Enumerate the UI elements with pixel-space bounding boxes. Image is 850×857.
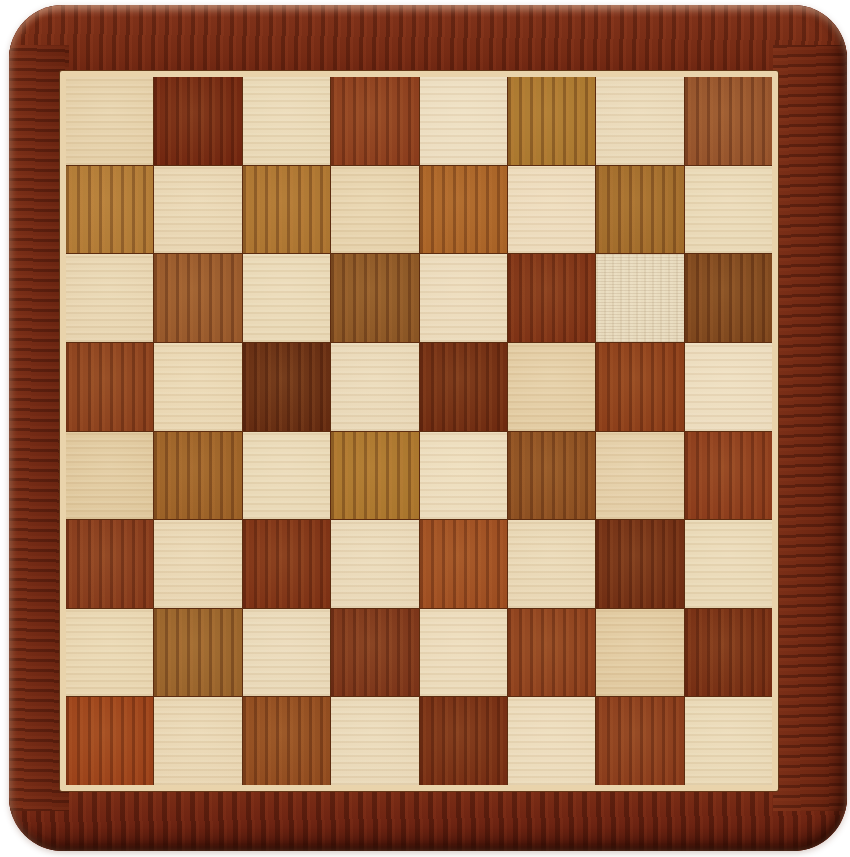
square-a5[interactable] [66,343,153,431]
square-h3[interactable] [685,520,772,608]
square-f2[interactable] [508,609,595,697]
square-f8[interactable] [508,77,595,165]
square-b7[interactable] [154,166,241,254]
square-h8[interactable] [685,77,772,165]
square-g8[interactable] [596,77,683,165]
square-b5[interactable] [154,343,241,431]
square-f5[interactable] [508,343,595,431]
square-e4[interactable] [420,432,507,520]
square-d5[interactable] [331,343,418,431]
square-c4[interactable] [243,432,330,520]
square-g3[interactable] [596,520,683,608]
square-h6[interactable] [685,254,772,342]
square-e3[interactable] [420,520,507,608]
square-d2[interactable] [331,609,418,697]
square-b1[interactable] [154,697,241,785]
frame-right-edge [773,45,847,811]
square-h2[interactable] [685,609,772,697]
square-g7[interactable] [596,166,683,254]
square-f6[interactable] [508,254,595,342]
square-g2[interactable] [596,609,683,697]
square-a1[interactable] [66,697,153,785]
square-e5[interactable] [420,343,507,431]
square-c2[interactable] [243,609,330,697]
square-d8[interactable] [331,77,418,165]
square-e1[interactable] [420,697,507,785]
square-d7[interactable] [331,166,418,254]
square-c5[interactable] [243,343,330,431]
square-a4[interactable] [66,432,153,520]
square-a7[interactable] [66,166,153,254]
frame-top-edge [9,5,847,75]
square-b2[interactable] [154,609,241,697]
board-frame [9,5,847,851]
square-g1[interactable] [596,697,683,785]
product-photo: { "game": "chess", "position": "8/8/8/8/… [0,0,850,857]
square-g6[interactable] [596,254,683,342]
square-a6[interactable] [66,254,153,342]
inlay-border [60,71,778,791]
square-b8[interactable] [154,77,241,165]
square-e7[interactable] [420,166,507,254]
square-b6[interactable] [154,254,241,342]
square-f7[interactable] [508,166,595,254]
square-g4[interactable] [596,432,683,520]
square-h5[interactable] [685,343,772,431]
square-c8[interactable] [243,77,330,165]
square-h4[interactable] [685,432,772,520]
square-h7[interactable] [685,166,772,254]
chess-board [66,77,772,785]
square-b3[interactable] [154,520,241,608]
square-b4[interactable] [154,432,241,520]
square-a3[interactable] [66,520,153,608]
square-d1[interactable] [331,697,418,785]
square-d6[interactable] [331,254,418,342]
frame-bottom-edge [9,787,847,851]
square-d4[interactable] [331,432,418,520]
square-c3[interactable] [243,520,330,608]
square-c1[interactable] [243,697,330,785]
square-c7[interactable] [243,166,330,254]
square-e6[interactable] [420,254,507,342]
square-e8[interactable] [420,77,507,165]
square-h1[interactable] [685,697,772,785]
square-f4[interactable] [508,432,595,520]
square-f1[interactable] [508,697,595,785]
square-g5[interactable] [596,343,683,431]
square-a8[interactable] [66,77,153,165]
square-c6[interactable] [243,254,330,342]
square-a2[interactable] [66,609,153,697]
square-f3[interactable] [508,520,595,608]
square-d3[interactable] [331,520,418,608]
square-e2[interactable] [420,609,507,697]
